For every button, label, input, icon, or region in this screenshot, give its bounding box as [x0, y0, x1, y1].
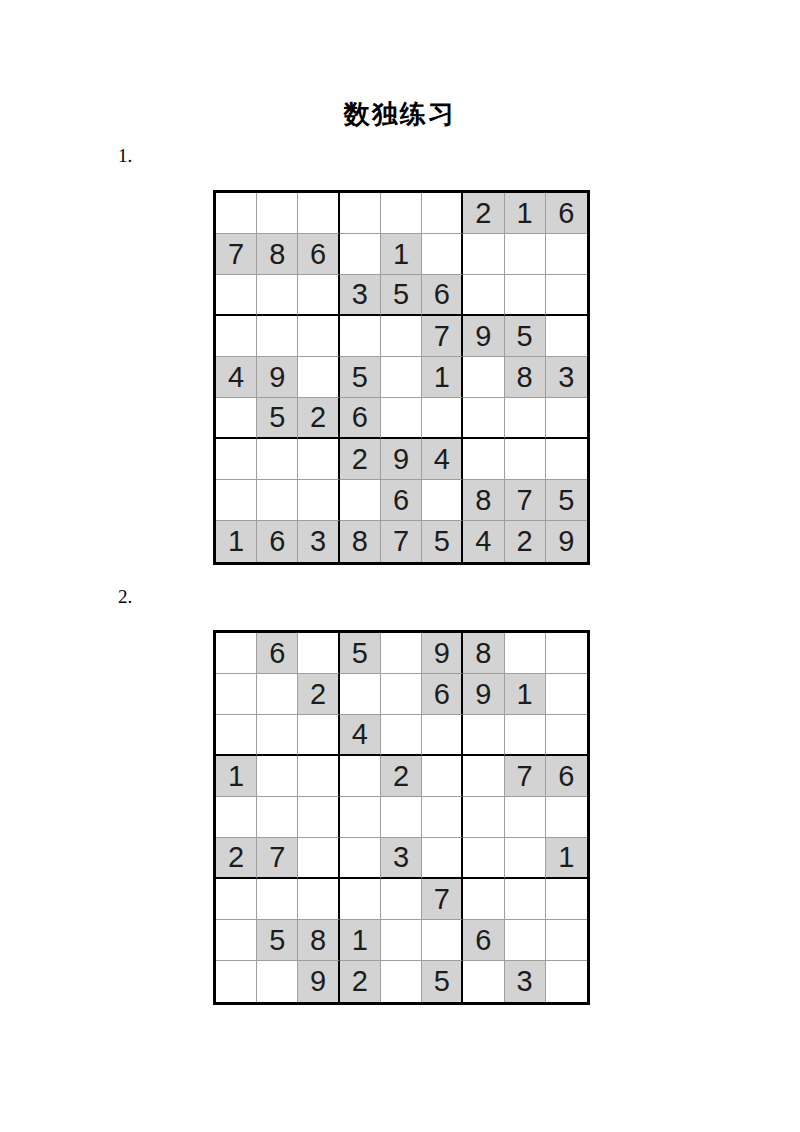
sudoku-2-cell-r3c3 [298, 715, 339, 756]
sudoku-2-cell-r5c7 [463, 797, 504, 838]
sudoku-2-cell-r1c5 [381, 633, 422, 674]
sudoku-2-cell-r5c4 [340, 797, 381, 838]
sudoku-1-cell-r1c5 [381, 193, 422, 234]
sudoku-1-cell-r5c9: 3 [546, 357, 587, 398]
sudoku-2-cell-r9c3: 9 [298, 961, 339, 1002]
sudoku-1-cell-r2c9 [546, 234, 587, 275]
sudoku-2-cell-r1c2: 6 [257, 633, 298, 674]
sudoku-2-cell-r4c4 [340, 756, 381, 797]
sudoku-2-cell-r6c9: 1 [546, 838, 587, 879]
sudoku-2-cell-r2c1 [216, 674, 257, 715]
sudoku-1-cell-r8c2 [257, 480, 298, 521]
sudoku-2-cell-r2c8: 1 [505, 674, 546, 715]
sudoku-1-cell-r9c8: 2 [505, 521, 546, 562]
sudoku-1-cell-r1c8: 1 [505, 193, 546, 234]
sudoku-2-cell-r6c5: 3 [381, 838, 422, 879]
sudoku-1-cell-r3c9 [546, 275, 587, 316]
sudoku-1-cell-r6c2: 5 [257, 398, 298, 439]
sudoku-1-cell-r7c9 [546, 439, 587, 480]
sudoku-1-cell-r2c2: 8 [257, 234, 298, 275]
sudoku-2-cell-r7c8 [505, 879, 546, 920]
sudoku-2-cell-r4c9: 6 [546, 756, 587, 797]
sudoku-2-cell-r6c3 [298, 838, 339, 879]
sudoku-1-cell-r9c7: 4 [463, 521, 504, 562]
sudoku-1-cell-r2c8 [505, 234, 546, 275]
sudoku-2-cell-r1c4: 5 [340, 633, 381, 674]
sudoku-1-cell-r2c3: 6 [298, 234, 339, 275]
sudoku-2-cell-r2c3: 2 [298, 674, 339, 715]
sudoku-1-cell-r4c2 [257, 316, 298, 357]
sudoku-2-cell-r8c5 [381, 920, 422, 961]
sudoku-2-cell-r1c9 [546, 633, 587, 674]
sudoku-1-cell-r5c5 [381, 357, 422, 398]
sudoku-2-cell-r7c2 [257, 879, 298, 920]
sudoku-2-cell-r7c3 [298, 879, 339, 920]
sudoku-1-cell-r6c9 [546, 398, 587, 439]
sudoku-2-cell-r8c3: 8 [298, 920, 339, 961]
sudoku-2-cell-r9c6: 5 [422, 961, 463, 1002]
sudoku-1-cell-r2c7 [463, 234, 504, 275]
sudoku-1-cell-r7c4: 2 [340, 439, 381, 480]
sudoku-2-cell-r7c7 [463, 879, 504, 920]
sudoku-1-cell-r5c3 [298, 357, 339, 398]
sudoku-2-cell-r2c5 [381, 674, 422, 715]
sudoku-2-cell-r9c8: 3 [505, 961, 546, 1002]
sudoku-2-cell-r3c8 [505, 715, 546, 756]
sudoku-1-cell-r5c4: 5 [340, 357, 381, 398]
sudoku-1-cell-r7c5: 9 [381, 439, 422, 480]
sudoku-1-cell-r9c9: 9 [546, 521, 587, 562]
sudoku-1-cell-r1c7: 2 [463, 193, 504, 234]
sudoku-2-cell-r7c1 [216, 879, 257, 920]
sudoku-1-cell-r1c3 [298, 193, 339, 234]
sudoku-grid-2: 65982691412762731758169253 [213, 630, 590, 1005]
sudoku-2-cell-r8c7: 6 [463, 920, 504, 961]
sudoku-2-cell-r3c4: 4 [340, 715, 381, 756]
sudoku-1-cell-r3c1 [216, 275, 257, 316]
sudoku-1-cell-r7c6: 4 [422, 439, 463, 480]
sudoku-2-cell-r4c2 [257, 756, 298, 797]
sudoku-1-cell-r4c9 [546, 316, 587, 357]
sudoku-1-cell-r5c7 [463, 357, 504, 398]
sudoku-1-cell-r8c7: 8 [463, 480, 504, 521]
sudoku-1-cell-r5c2: 9 [257, 357, 298, 398]
sudoku-2-cell-r4c8: 7 [505, 756, 546, 797]
sudoku-2-cell-r9c9 [546, 961, 587, 1002]
sudoku-2-cell-r1c1 [216, 633, 257, 674]
sudoku-2-cell-r8c1 [216, 920, 257, 961]
sudoku-1-cell-r2c5: 1 [381, 234, 422, 275]
sudoku-1-cell-r7c1 [216, 439, 257, 480]
sudoku-1-cell-r6c3: 2 [298, 398, 339, 439]
sudoku-1-cell-r8c4 [340, 480, 381, 521]
sudoku-2-cell-r2c7: 9 [463, 674, 504, 715]
sudoku-1-cell-r3c3 [298, 275, 339, 316]
sudoku-2-cell-r3c1 [216, 715, 257, 756]
sudoku-2-cell-r6c4 [340, 838, 381, 879]
sudoku-1-cell-r7c7 [463, 439, 504, 480]
sudoku-2-cell-r4c6 [422, 756, 463, 797]
sudoku-2-cell-r2c9 [546, 674, 587, 715]
puzzle-1-label: 1. [118, 145, 132, 167]
sudoku-1-cell-r3c8 [505, 275, 546, 316]
sudoku-1-cell-r5c6: 1 [422, 357, 463, 398]
sudoku-1-cell-r7c8 [505, 439, 546, 480]
sudoku-2-cell-r9c7 [463, 961, 504, 1002]
sudoku-2-cell-r4c3 [298, 756, 339, 797]
sudoku-1-cell-r1c2 [257, 193, 298, 234]
sudoku-2-cell-r1c6: 9 [422, 633, 463, 674]
sudoku-2-cell-r6c8 [505, 838, 546, 879]
sudoku-1-cell-r6c4: 6 [340, 398, 381, 439]
sudoku-1-cell-r7c3 [298, 439, 339, 480]
sudoku-1-cell-r8c8: 7 [505, 480, 546, 521]
sudoku-1-cell-r9c2: 6 [257, 521, 298, 562]
sudoku-1-cell-r4c3 [298, 316, 339, 357]
sudoku-2-cell-r6c1: 2 [216, 838, 257, 879]
sudoku-1-cell-r3c5: 5 [381, 275, 422, 316]
sudoku-1-cell-r7c2 [257, 439, 298, 480]
sudoku-1-cell-r1c6 [422, 193, 463, 234]
sudoku-2-cell-r6c2: 7 [257, 838, 298, 879]
sudoku-grid-1: 21678613567954951835262946875163875429 [213, 190, 590, 565]
sudoku-2-cell-r9c1 [216, 961, 257, 1002]
sudoku-2-cell-r6c6 [422, 838, 463, 879]
sudoku-2-cell-r8c2: 5 [257, 920, 298, 961]
sudoku-2-cell-r9c5 [381, 961, 422, 1002]
sudoku-2-cell-r5c9 [546, 797, 587, 838]
puzzle-2-label: 2. [118, 586, 132, 608]
sudoku-2-cell-r3c5 [381, 715, 422, 756]
sudoku-1-cell-r3c4: 3 [340, 275, 381, 316]
sudoku-1-cell-r2c4 [340, 234, 381, 275]
sudoku-2-cell-r2c2 [257, 674, 298, 715]
sudoku-1-cell-r8c3 [298, 480, 339, 521]
sudoku-1-cell-r6c7 [463, 398, 504, 439]
sudoku-1-cell-r6c6 [422, 398, 463, 439]
sudoku-1-cell-r4c7: 9 [463, 316, 504, 357]
sudoku-1-cell-r5c1: 4 [216, 357, 257, 398]
sudoku-2-cell-r4c7 [463, 756, 504, 797]
sudoku-1-cell-r9c5: 7 [381, 521, 422, 562]
sudoku-2-cell-r3c9 [546, 715, 587, 756]
sudoku-2-cell-r8c9 [546, 920, 587, 961]
sudoku-1-cell-r3c2 [257, 275, 298, 316]
sudoku-2-cell-r7c5 [381, 879, 422, 920]
sudoku-2-cell-r9c4: 2 [340, 961, 381, 1002]
sudoku-1-cell-r4c1 [216, 316, 257, 357]
sudoku-2-cell-r5c5 [381, 797, 422, 838]
worksheet-page: 数独练习 1. 21678613567954951835262946875163… [0, 0, 800, 1132]
sudoku-1-cell-r8c6 [422, 480, 463, 521]
sudoku-2-cell-r7c4 [340, 879, 381, 920]
sudoku-2-cell-r4c5: 2 [381, 756, 422, 797]
sudoku-2-cell-r6c7 [463, 838, 504, 879]
sudoku-1-cell-r6c5 [381, 398, 422, 439]
sudoku-2-cell-r4c1: 1 [216, 756, 257, 797]
sudoku-1-cell-r1c9: 6 [546, 193, 587, 234]
sudoku-2-cell-r1c3 [298, 633, 339, 674]
sudoku-1-cell-r8c5: 6 [381, 480, 422, 521]
sudoku-2-cell-r8c8 [505, 920, 546, 961]
sudoku-1-cell-r3c7 [463, 275, 504, 316]
sudoku-2-cell-r3c2 [257, 715, 298, 756]
sudoku-2-cell-r5c3 [298, 797, 339, 838]
sudoku-1-cell-r1c4 [340, 193, 381, 234]
sudoku-2-cell-r5c6 [422, 797, 463, 838]
sudoku-2-cell-r1c8 [505, 633, 546, 674]
sudoku-1-cell-r9c3: 3 [298, 521, 339, 562]
sudoku-1-cell-r8c1 [216, 480, 257, 521]
sudoku-2-cell-r7c9 [546, 879, 587, 920]
sudoku-1-cell-r4c5 [381, 316, 422, 357]
sudoku-1-cell-r3c6: 6 [422, 275, 463, 316]
sudoku-1-cell-r4c6: 7 [422, 316, 463, 357]
sudoku-2-cell-r5c8 [505, 797, 546, 838]
sudoku-2-cell-r5c1 [216, 797, 257, 838]
sudoku-1-cell-r4c4 [340, 316, 381, 357]
sudoku-2-cell-r8c6 [422, 920, 463, 961]
sudoku-2-cell-r3c7 [463, 715, 504, 756]
sudoku-1-cell-r9c1: 1 [216, 521, 257, 562]
sudoku-2-cell-r3c6 [422, 715, 463, 756]
sudoku-1-cell-r8c9: 5 [546, 480, 587, 521]
sudoku-2-cell-r2c6: 6 [422, 674, 463, 715]
sudoku-1-cell-r6c8 [505, 398, 546, 439]
sudoku-2-cell-r8c4: 1 [340, 920, 381, 961]
sudoku-1-cell-r1c1 [216, 193, 257, 234]
sudoku-1-cell-r2c1: 7 [216, 234, 257, 275]
page-title: 数独练习 [0, 97, 800, 132]
sudoku-1-cell-r5c8: 8 [505, 357, 546, 398]
sudoku-1-cell-r9c4: 8 [340, 521, 381, 562]
sudoku-2-cell-r9c2 [257, 961, 298, 1002]
sudoku-2-cell-r5c2 [257, 797, 298, 838]
sudoku-1-cell-r6c1 [216, 398, 257, 439]
sudoku-1-cell-r4c8: 5 [505, 316, 546, 357]
sudoku-1-cell-r2c6 [422, 234, 463, 275]
sudoku-1-cell-r9c6: 5 [422, 521, 463, 562]
sudoku-2-cell-r2c4 [340, 674, 381, 715]
sudoku-2-cell-r7c6: 7 [422, 879, 463, 920]
sudoku-2-cell-r1c7: 8 [463, 633, 504, 674]
